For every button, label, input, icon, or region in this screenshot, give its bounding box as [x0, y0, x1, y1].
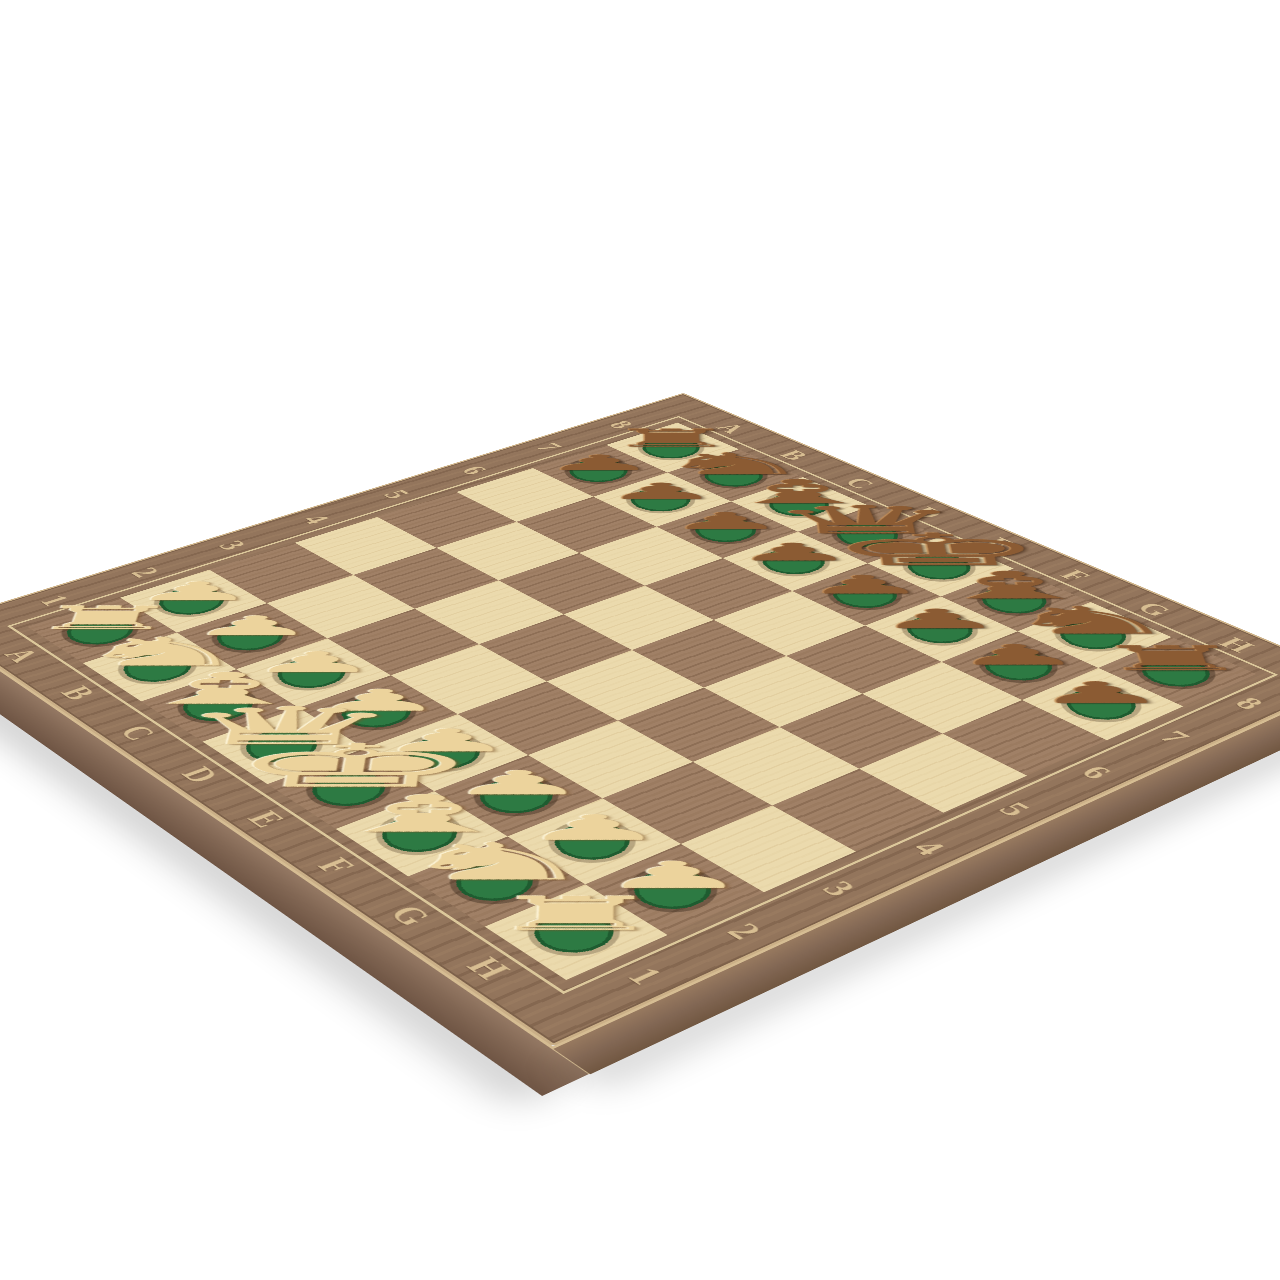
square-f1 [336, 791, 508, 876]
square-e3 [458, 681, 618, 755]
square-g5 [780, 694, 943, 769]
black-pawn-glyph: ♟ [542, 452, 657, 473]
board-side-face-front-left [0, 623, 592, 1096]
square-d1 [203, 708, 365, 784]
square-g6 [862, 662, 1022, 734]
square-f4 [618, 688, 780, 762]
rank-label-right-1: 1 [619, 962, 675, 990]
square-g3 [602, 762, 772, 844]
rank-label-right-7: 7 [1152, 727, 1198, 748]
file-label-front-f: F [308, 853, 364, 879]
square-g4 [693, 727, 859, 805]
file-label-front-h: H [457, 952, 521, 985]
rank-label-left-3: 3 [211, 537, 255, 553]
rank-label-right-6: 6 [1074, 761, 1121, 783]
black-knight-glyph: ♞ [995, 601, 1188, 639]
file-label-front-e: E [239, 806, 295, 832]
square-h2 [585, 844, 764, 935]
square-d3 [391, 644, 547, 714]
rank-label-right-3: 3 [814, 876, 866, 901]
square-f2 [434, 755, 602, 836]
black-pawn-glyph: ♟ [801, 572, 930, 598]
square-e4 [547, 650, 704, 721]
square-e1 [267, 748, 434, 829]
file-label-front-g: G [380, 900, 442, 931]
rank-label-left-6: 6 [455, 463, 495, 477]
square-e2 [365, 714, 528, 791]
board-side-face-front-right [551, 677, 1280, 1074]
square-h6 [942, 700, 1106, 776]
file-label-front-b: B [52, 682, 104, 704]
rank-label-right-2: 2 [719, 918, 773, 945]
file-label-front-d: D [172, 762, 228, 787]
square-f5 [704, 656, 862, 727]
square-h4 [772, 769, 943, 852]
square-h3 [681, 805, 856, 892]
black-pawn-glyph: ♟ [603, 480, 721, 502]
square-g2 [508, 798, 681, 884]
chess-set-product-photo: AA11BB22CC33DD44EE55FF66GG77HH88 ♜♞♝♛♚♝♞… [0, 0, 1280, 1280]
square-f3 [528, 721, 693, 799]
square-g1 [408, 836, 585, 926]
rank-label-right-5: 5 [991, 798, 1040, 821]
square-h1 [485, 884, 668, 980]
rank-label-right-4: 4 [905, 836, 955, 860]
rank-label-right-8: 8 [1228, 693, 1273, 713]
file-label-front-c: C [111, 721, 166, 745]
rank-label-left-4: 4 [296, 512, 339, 527]
file-label-front-a: A [0, 645, 48, 667]
chess-board: AA11BB22CC33DD44EE55FF66GG77HH88 ♜♞♝♛♚♝♞… [0, 393, 1280, 1046]
square-h5 [859, 734, 1027, 813]
rank-label-left-5: 5 [377, 487, 418, 502]
black-pawn-glyph: ♟ [873, 605, 1007, 632]
